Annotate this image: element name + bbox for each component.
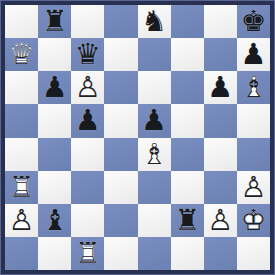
white-queen-piece[interactable]: ♛♕ <box>5 38 38 71</box>
square-g8[interactable] <box>204 5 237 38</box>
pawn-glyph-outline: ♙ <box>237 171 270 204</box>
square-a6[interactable] <box>5 71 38 104</box>
black-queen-piece[interactable]: ♛ <box>71 38 104 71</box>
square-g7[interactable] <box>204 38 237 71</box>
square-h3[interactable]: ♟♙ <box>237 171 270 204</box>
pawn-glyph-fill: ♟ <box>71 104 104 137</box>
square-a1[interactable] <box>5 237 38 270</box>
square-c4[interactable] <box>71 138 104 171</box>
rook-glyph-fill: ♜ <box>171 204 204 237</box>
square-c3[interactable] <box>71 171 104 204</box>
rook-glyph-fill: ♜ <box>38 5 71 38</box>
square-a4[interactable] <box>5 138 38 171</box>
pawn-glyph-outline: ♙ <box>71 71 104 104</box>
pawn-glyph-fill: ♟ <box>138 104 171 137</box>
square-b6[interactable]: ♟ <box>38 71 71 104</box>
square-h6[interactable]: ♝♗ <box>237 71 270 104</box>
square-g5[interactable] <box>204 104 237 137</box>
square-g4[interactable] <box>204 138 237 171</box>
square-d3[interactable] <box>104 171 137 204</box>
chess-board: ♜♞♚♛♕♛♟♟♟♙♟♝♗♟♟♝♗♜♖♟♙♟♙♝♜♟♙♚♔♜♖ <box>5 5 270 270</box>
square-c2[interactable] <box>71 204 104 237</box>
queen-glyph-outline: ♕ <box>5 38 38 71</box>
pawn-glyph-fill: ♟ <box>237 38 270 71</box>
square-g3[interactable] <box>204 171 237 204</box>
white-pawn-piece[interactable]: ♟♙ <box>71 71 104 104</box>
black-pawn-piece[interactable]: ♟ <box>237 38 270 71</box>
pawn-glyph-outline: ♙ <box>5 204 38 237</box>
white-pawn-piece[interactable]: ♟♙ <box>237 171 270 204</box>
square-d4[interactable] <box>104 138 137 171</box>
rook-glyph-outline: ♖ <box>5 171 38 204</box>
square-b8[interactable]: ♜ <box>38 5 71 38</box>
knight-glyph-fill: ♞ <box>138 5 171 38</box>
square-a3[interactable]: ♜♖ <box>5 171 38 204</box>
square-b2[interactable]: ♝ <box>38 204 71 237</box>
square-f1[interactable] <box>171 237 204 270</box>
square-a2[interactable]: ♟♙ <box>5 204 38 237</box>
square-e7[interactable] <box>138 38 171 71</box>
square-f3[interactable] <box>171 171 204 204</box>
square-c7[interactable]: ♛ <box>71 38 104 71</box>
square-a5[interactable] <box>5 104 38 137</box>
pawn-glyph-fill: ♟ <box>204 71 237 104</box>
square-c1[interactable]: ♜♖ <box>71 237 104 270</box>
white-pawn-piece[interactable]: ♟♙ <box>5 204 38 237</box>
black-rook-piece[interactable]: ♜ <box>38 5 71 38</box>
square-d2[interactable] <box>104 204 137 237</box>
square-f2[interactable]: ♜ <box>171 204 204 237</box>
square-g1[interactable] <box>204 237 237 270</box>
square-g2[interactable]: ♟♙ <box>204 204 237 237</box>
square-b1[interactable] <box>38 237 71 270</box>
white-bishop-piece[interactable]: ♝♗ <box>138 138 171 171</box>
square-f7[interactable] <box>171 38 204 71</box>
square-e4[interactable]: ♝♗ <box>138 138 171 171</box>
square-a8[interactable] <box>5 5 38 38</box>
square-c8[interactable] <box>71 5 104 38</box>
square-b7[interactable] <box>38 38 71 71</box>
black-bishop-piece[interactable]: ♝ <box>38 204 71 237</box>
square-d1[interactable] <box>104 237 137 270</box>
bishop-glyph-outline: ♗ <box>237 71 270 104</box>
square-e2[interactable] <box>138 204 171 237</box>
square-e3[interactable] <box>138 171 171 204</box>
square-d7[interactable] <box>104 38 137 71</box>
square-h5[interactable] <box>237 104 270 137</box>
white-rook-piece[interactable]: ♜♖ <box>5 171 38 204</box>
bishop-glyph-outline: ♗ <box>138 138 171 171</box>
white-rook-piece[interactable]: ♜♖ <box>71 237 104 270</box>
square-b4[interactable] <box>38 138 71 171</box>
square-d8[interactable] <box>104 5 137 38</box>
square-e5[interactable]: ♟ <box>138 104 171 137</box>
pawn-glyph-outline: ♙ <box>204 204 237 237</box>
black-pawn-piece[interactable]: ♟ <box>138 104 171 137</box>
square-d6[interactable] <box>104 71 137 104</box>
black-pawn-piece[interactable]: ♟ <box>204 71 237 104</box>
square-f5[interactable] <box>171 104 204 137</box>
square-b3[interactable] <box>38 171 71 204</box>
black-pawn-piece[interactable]: ♟ <box>71 104 104 137</box>
square-c6[interactable]: ♟♙ <box>71 71 104 104</box>
square-d5[interactable] <box>104 104 137 137</box>
black-king-piece[interactable]: ♚ <box>237 5 270 38</box>
square-e6[interactable] <box>138 71 171 104</box>
black-knight-piece[interactable]: ♞ <box>138 5 171 38</box>
square-g6[interactable]: ♟ <box>204 71 237 104</box>
square-c5[interactable]: ♟ <box>71 104 104 137</box>
black-rook-piece[interactable]: ♜ <box>171 204 204 237</box>
square-e1[interactable] <box>138 237 171 270</box>
square-e8[interactable]: ♞ <box>138 5 171 38</box>
white-pawn-piece[interactable]: ♟♙ <box>204 204 237 237</box>
square-h4[interactable] <box>237 138 270 171</box>
king-glyph-fill: ♚ <box>237 5 270 38</box>
chess-board-frame: ♜♞♚♛♕♛♟♟♟♙♟♝♗♟♟♝♗♜♖♟♙♟♙♝♜♟♙♚♔♜♖ <box>0 0 275 275</box>
square-h8[interactable]: ♚ <box>237 5 270 38</box>
square-h7[interactable]: ♟ <box>237 38 270 71</box>
queen-glyph-fill: ♛ <box>71 38 104 71</box>
white-bishop-piece[interactable]: ♝♗ <box>237 71 270 104</box>
bishop-glyph-fill: ♝ <box>38 204 71 237</box>
king-glyph-outline: ♔ <box>237 204 270 237</box>
pawn-glyph-fill: ♟ <box>38 71 71 104</box>
square-f4[interactable] <box>171 138 204 171</box>
square-a7[interactable]: ♛♕ <box>5 38 38 71</box>
black-pawn-piece[interactable]: ♟ <box>38 71 71 104</box>
square-f6[interactable] <box>171 71 204 104</box>
square-h1[interactable] <box>237 237 270 270</box>
square-f8[interactable] <box>171 5 204 38</box>
square-b5[interactable] <box>38 104 71 137</box>
white-king-piece[interactable]: ♚♔ <box>237 204 270 237</box>
rook-glyph-outline: ♖ <box>71 237 104 270</box>
square-h2[interactable]: ♚♔ <box>237 204 270 237</box>
